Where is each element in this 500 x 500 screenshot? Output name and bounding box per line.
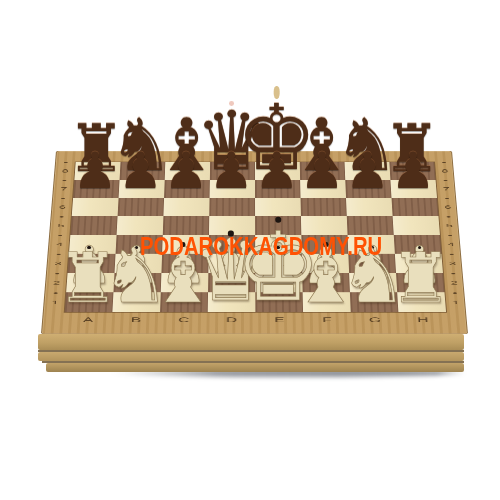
piece-black-pawn-h7[interactable]: ♟ (391, 147, 436, 197)
white-king-finial (275, 217, 281, 223)
watermark-text: PODAROKKAGDOMY.RU (140, 231, 382, 262)
black-king-finial (274, 86, 280, 99)
piece-black-pawn-a7[interactable]: ♟ (73, 147, 118, 197)
piece-black-pawn-b7[interactable]: ♟ (118, 147, 163, 197)
piece-black-pawn-d7[interactable]: ♟ (209, 147, 254, 197)
piece-black-pawn-e7[interactable]: ♟ (254, 147, 299, 197)
piece-black-pawn-f7[interactable]: ♟ (300, 147, 345, 197)
black-queen-finial (229, 101, 234, 106)
chess-set-photo: ABCDEFGH8877665544332211 ♜♞♝♛♚♝♞♜♟♟♟♟♟♟♟… (0, 0, 500, 500)
piece-black-pawn-c7[interactable]: ♟ (164, 147, 209, 197)
piece-white-rook-h1[interactable]: ♜ (390, 244, 452, 313)
piece-black-pawn-g7[interactable]: ♟ (345, 147, 390, 197)
